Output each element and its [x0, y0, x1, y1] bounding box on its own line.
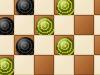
- checkers-board: [0, 0, 100, 75]
- board-square[interactable]: [54, 15, 74, 35]
- board-square[interactable]: [14, 15, 34, 35]
- board-square[interactable]: [34, 15, 54, 35]
- board-square[interactable]: [74, 35, 94, 55]
- board-square[interactable]: [74, 0, 94, 15]
- checker-piece-light[interactable]: [36, 17, 56, 37]
- board-square[interactable]: [34, 0, 54, 15]
- board-square[interactable]: [94, 55, 100, 75]
- board-square[interactable]: [0, 35, 14, 55]
- board-square[interactable]: [54, 35, 74, 55]
- board-square[interactable]: [94, 0, 100, 15]
- board-square[interactable]: [54, 0, 74, 15]
- board-square[interactable]: [34, 55, 54, 75]
- checker-piece-dark[interactable]: [16, 37, 36, 57]
- board-square[interactable]: [74, 55, 94, 75]
- board-square[interactable]: [74, 15, 94, 35]
- checker-piece-light[interactable]: [56, 37, 76, 57]
- board-square[interactable]: [0, 15, 14, 35]
- board-square[interactable]: [94, 35, 100, 55]
- board-square[interactable]: [54, 55, 74, 75]
- board-square[interactable]: [0, 0, 14, 15]
- board-square[interactable]: [34, 35, 54, 55]
- board-square[interactable]: [14, 35, 34, 55]
- board-square[interactable]: [0, 55, 14, 75]
- board-viewport: [0, 0, 100, 75]
- board-square[interactable]: [14, 55, 34, 75]
- board-square[interactable]: [14, 0, 34, 15]
- board-square[interactable]: [94, 15, 100, 35]
